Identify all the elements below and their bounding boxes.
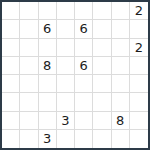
cell-r3c8[interactable]: 2 bbox=[130, 39, 148, 57]
cell-r2c1[interactable] bbox=[2, 20, 20, 38]
cell-r1c2[interactable] bbox=[20, 2, 38, 20]
cell-r4c7[interactable] bbox=[112, 57, 130, 75]
cell-r7c3[interactable] bbox=[39, 112, 57, 130]
cell-r6c7[interactable] bbox=[112, 93, 130, 111]
cell-r5c8[interactable] bbox=[130, 75, 148, 93]
cell-r7c4[interactable]: 3 bbox=[57, 112, 75, 130]
cell-r1c1[interactable] bbox=[2, 2, 20, 20]
cell-r3c1[interactable] bbox=[2, 39, 20, 57]
cell-r8c1[interactable] bbox=[2, 130, 20, 148]
cell-r6c6[interactable] bbox=[93, 93, 111, 111]
cell-r5c3[interactable] bbox=[39, 75, 57, 93]
cell-r4c2[interactable] bbox=[20, 57, 38, 75]
cell-r5c7[interactable] bbox=[112, 75, 130, 93]
cell-r8c6[interactable] bbox=[93, 130, 111, 148]
cell-r4c5[interactable]: 6 bbox=[75, 57, 93, 75]
cell-r1c5[interactable] bbox=[75, 2, 93, 20]
cell-r1c8[interactable]: 2 bbox=[130, 2, 148, 20]
cell-r2c5[interactable]: 6 bbox=[75, 20, 93, 38]
cell-r3c3[interactable] bbox=[39, 39, 57, 57]
cell-r3c6[interactable] bbox=[93, 39, 111, 57]
cell-r7c5[interactable] bbox=[75, 112, 93, 130]
cell-r5c5[interactable] bbox=[75, 75, 93, 93]
cell-r3c2[interactable] bbox=[20, 39, 38, 57]
cell-r3c7[interactable] bbox=[112, 39, 130, 57]
cell-r6c1[interactable] bbox=[2, 93, 20, 111]
cell-r2c7[interactable] bbox=[112, 20, 130, 38]
cell-r7c6[interactable] bbox=[93, 112, 111, 130]
cell-r8c3[interactable]: 3 bbox=[39, 130, 57, 148]
cell-r3c4[interactable] bbox=[57, 39, 75, 57]
cell-r6c3[interactable] bbox=[39, 93, 57, 111]
cell-r8c7[interactable] bbox=[112, 130, 130, 148]
puzzle-board: 266286383 bbox=[0, 0, 150, 150]
cell-r1c6[interactable] bbox=[93, 2, 111, 20]
cell-r8c2[interactable] bbox=[20, 130, 38, 148]
cell-r6c2[interactable] bbox=[20, 93, 38, 111]
cell-r6c8[interactable] bbox=[130, 93, 148, 111]
puzzle-page: 266286383 bbox=[0, 0, 150, 150]
cell-r3c5[interactable] bbox=[75, 39, 93, 57]
cell-r4c8[interactable] bbox=[130, 57, 148, 75]
cell-r4c1[interactable] bbox=[2, 57, 20, 75]
cell-r5c1[interactable] bbox=[2, 75, 20, 93]
cell-r7c1[interactable] bbox=[2, 112, 20, 130]
cell-r2c4[interactable] bbox=[57, 20, 75, 38]
cell-r8c8[interactable] bbox=[130, 130, 148, 148]
cell-r4c6[interactable] bbox=[93, 57, 111, 75]
cell-r7c7[interactable]: 8 bbox=[112, 112, 130, 130]
cell-r7c8[interactable] bbox=[130, 112, 148, 130]
cell-r8c5[interactable] bbox=[75, 130, 93, 148]
cell-r5c6[interactable] bbox=[93, 75, 111, 93]
cell-r1c4[interactable] bbox=[57, 2, 75, 20]
cell-r6c4[interactable] bbox=[57, 93, 75, 111]
cell-r6c5[interactable] bbox=[75, 93, 93, 111]
cell-r5c2[interactable] bbox=[20, 75, 38, 93]
cell-r5c4[interactable] bbox=[57, 75, 75, 93]
cell-r2c8[interactable] bbox=[130, 20, 148, 38]
cell-r1c7[interactable] bbox=[112, 2, 130, 20]
cell-r2c6[interactable] bbox=[93, 20, 111, 38]
cell-r2c3[interactable]: 6 bbox=[39, 20, 57, 38]
cell-r8c4[interactable] bbox=[57, 130, 75, 148]
cell-r1c3[interactable] bbox=[39, 2, 57, 20]
cell-r4c3[interactable]: 8 bbox=[39, 57, 57, 75]
cell-r4c4[interactable] bbox=[57, 57, 75, 75]
cell-r7c2[interactable] bbox=[20, 112, 38, 130]
cell-r2c2[interactable] bbox=[20, 20, 38, 38]
